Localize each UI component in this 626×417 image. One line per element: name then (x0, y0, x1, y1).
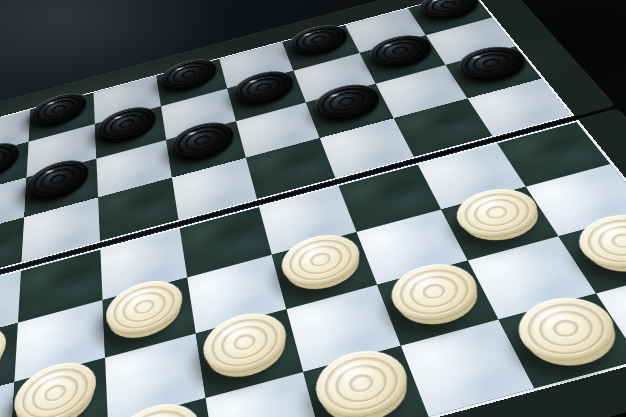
square-r7c4[interactable] (303, 346, 428, 417)
square-r3c1[interactable] (22, 197, 100, 262)
tabletop-background (0, 0, 626, 417)
depth-shade (22, 197, 100, 262)
checkers-board (0, 0, 626, 417)
